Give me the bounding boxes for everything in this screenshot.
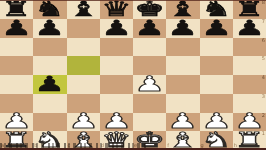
chess-board-screenshot: ♜♞♝♛♚♝♞♜8♟♟♟♟♟♟♟765♟♟43♟♟♟♟♟♟2♜a♞b♝c♛d♚e…: [0, 0, 266, 150]
square-e7[interactable]: ♟: [133, 19, 166, 38]
square-f4[interactable]: [166, 75, 199, 94]
rank-label-1: 1: [262, 131, 265, 136]
square-f7[interactable]: ♟: [166, 19, 199, 38]
square-b3[interactable]: [33, 94, 66, 113]
square-g5[interactable]: [200, 56, 233, 75]
file-label-e: e: [134, 143, 137, 148]
rank-label-7: 7: [262, 19, 265, 24]
square-c3[interactable]: [67, 94, 100, 113]
square-a4[interactable]: [0, 75, 33, 94]
rank-label-3: 3: [262, 94, 265, 99]
square-h4[interactable]: 4: [233, 75, 266, 94]
rank-label-5: 5: [262, 56, 265, 61]
file-label-b: b: [34, 143, 37, 148]
square-c8[interactable]: ♝: [67, 0, 100, 19]
square-d1[interactable]: ♛d: [100, 131, 133, 150]
square-h5[interactable]: 5: [233, 56, 266, 75]
square-a5[interactable]: [0, 56, 33, 75]
square-d2[interactable]: ♟: [100, 113, 133, 132]
square-g3[interactable]: [200, 94, 233, 113]
square-f2[interactable]: ♟: [166, 113, 199, 132]
file-label-f: f: [167, 143, 169, 148]
square-c5[interactable]: [67, 56, 100, 75]
square-b5[interactable]: [33, 56, 66, 75]
square-e8[interactable]: ♚: [133, 0, 166, 19]
square-d5[interactable]: [100, 56, 133, 75]
square-h8[interactable]: ♜8: [233, 0, 266, 19]
file-label-d: d: [101, 143, 104, 148]
square-d7[interactable]: ♟: [100, 19, 133, 38]
file-label-h: h: [234, 143, 237, 148]
square-c4[interactable]: [67, 75, 100, 94]
square-g2[interactable]: ♟: [200, 113, 233, 132]
file-label-c: c: [68, 143, 71, 148]
square-c6[interactable]: [67, 38, 100, 57]
file-label-a: a: [1, 143, 4, 148]
square-h2[interactable]: ♟2: [233, 113, 266, 132]
square-h6[interactable]: 6: [233, 38, 266, 57]
square-f8[interactable]: ♝: [166, 0, 199, 19]
square-b8[interactable]: ♞: [33, 0, 66, 19]
square-a3[interactable]: [0, 94, 33, 113]
square-e5[interactable]: [133, 56, 166, 75]
square-a1[interactable]: ♜a: [0, 131, 33, 150]
square-h3[interactable]: 3: [233, 94, 266, 113]
square-b1[interactable]: ♞b: [33, 131, 66, 150]
square-b4[interactable]: ♟: [33, 75, 66, 94]
square-f1[interactable]: ♝f: [166, 131, 199, 150]
square-b2[interactable]: [33, 113, 66, 132]
square-d3[interactable]: [100, 94, 133, 113]
square-f3[interactable]: [166, 94, 199, 113]
square-h1[interactable]: ♜1h: [233, 131, 266, 150]
square-h7[interactable]: ♟7: [233, 19, 266, 38]
square-d4[interactable]: [100, 75, 133, 94]
square-g8[interactable]: ♞: [200, 0, 233, 19]
square-g1[interactable]: ♞g: [200, 131, 233, 150]
square-f6[interactable]: [166, 38, 199, 57]
square-c7[interactable]: [67, 19, 100, 38]
square-c1[interactable]: ♝c: [67, 131, 100, 150]
square-a8[interactable]: ♜: [0, 0, 33, 19]
square-g7[interactable]: ♟: [200, 19, 233, 38]
rank-label-8: 8: [262, 0, 265, 5]
rank-label-2: 2: [262, 113, 265, 118]
square-c2[interactable]: ♟: [67, 113, 100, 132]
square-b6[interactable]: [33, 38, 66, 57]
square-e4[interactable]: ♟: [133, 75, 166, 94]
square-e6[interactable]: [133, 38, 166, 57]
square-f5[interactable]: [166, 56, 199, 75]
square-d6[interactable]: [100, 38, 133, 57]
square-a6[interactable]: [0, 38, 33, 57]
square-e2[interactable]: [133, 113, 166, 132]
square-d8[interactable]: ♛: [100, 0, 133, 19]
square-g4[interactable]: [200, 75, 233, 94]
square-a7[interactable]: ♟: [0, 19, 33, 38]
square-g6[interactable]: [200, 38, 233, 57]
square-e1[interactable]: ♚e: [133, 131, 166, 150]
chess-board: ♜♞♝♛♚♝♞♜8♟♟♟♟♟♟♟765♟♟43♟♟♟♟♟♟2♜a♞b♝c♛d♚e…: [0, 0, 266, 150]
square-a2[interactable]: ♟: [0, 113, 33, 132]
square-b7[interactable]: ♟: [33, 19, 66, 38]
square-e3[interactable]: [133, 94, 166, 113]
rank-label-6: 6: [262, 38, 265, 43]
rank-label-4: 4: [262, 75, 265, 80]
file-label-g: g: [201, 143, 204, 148]
